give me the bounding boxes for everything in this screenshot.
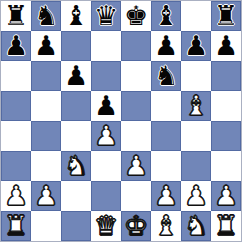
white-pawn[interactable]: ♟ [94,122,118,149]
square-e5[interactable] [121,91,151,121]
square-c2[interactable] [61,181,91,211]
square-e6[interactable] [121,61,151,91]
black-bishop[interactable]: ♝ [154,2,178,29]
square-a6[interactable] [1,61,31,91]
white-pawn[interactable]: ♟ [154,182,178,209]
square-e3[interactable]: ♟ [121,151,151,181]
chess-board: ♜♞♝♛♚♝♜♟♟♟♟♟♟♞♟♝♟♞♟♟♟♟♟♟♜♛♚♝♞♜ [1,1,241,241]
square-e2[interactable] [121,181,151,211]
square-a7[interactable]: ♟ [1,31,31,61]
white-pawn[interactable]: ♟ [214,182,238,209]
white-pawn[interactable]: ♟ [124,152,148,179]
black-rook[interactable]: ♜ [214,2,238,29]
white-bishop[interactable]: ♝ [154,212,178,239]
square-d7[interactable] [91,31,121,61]
square-f8[interactable]: ♝ [151,1,181,31]
square-g6[interactable] [181,61,211,91]
white-pawn[interactable]: ♟ [34,182,58,209]
square-b6[interactable] [31,61,61,91]
square-f5[interactable] [151,91,181,121]
square-e1[interactable]: ♚ [121,211,151,241]
square-g3[interactable] [181,151,211,181]
square-f1[interactable]: ♝ [151,211,181,241]
square-h6[interactable] [211,61,241,91]
square-c5[interactable] [61,91,91,121]
square-g1[interactable]: ♞ [181,211,211,241]
white-pawn[interactable]: ♟ [4,182,28,209]
black-knight[interactable]: ♞ [154,62,178,89]
square-e8[interactable]: ♚ [121,1,151,31]
black-pawn[interactable]: ♟ [214,32,238,59]
white-bishop[interactable]: ♝ [184,92,208,119]
square-a8[interactable]: ♜ [1,1,31,31]
black-pawn[interactable]: ♟ [184,32,208,59]
square-h5[interactable] [211,91,241,121]
square-a1[interactable]: ♜ [1,211,31,241]
square-a4[interactable] [1,121,31,151]
black-pawn[interactable]: ♟ [94,92,118,119]
square-c8[interactable]: ♝ [61,1,91,31]
square-c4[interactable] [61,121,91,151]
square-h2[interactable]: ♟ [211,181,241,211]
square-a2[interactable]: ♟ [1,181,31,211]
square-b7[interactable]: ♟ [31,31,61,61]
black-bishop[interactable]: ♝ [64,2,88,29]
square-f3[interactable] [151,151,181,181]
white-rook[interactable]: ♜ [214,212,238,239]
square-b2[interactable]: ♟ [31,181,61,211]
square-d8[interactable]: ♛ [91,1,121,31]
square-d1[interactable]: ♛ [91,211,121,241]
white-knight[interactable]: ♞ [64,152,88,179]
square-c1[interactable] [61,211,91,241]
black-pawn[interactable]: ♟ [154,32,178,59]
square-d2[interactable] [91,181,121,211]
square-f7[interactable]: ♟ [151,31,181,61]
square-h8[interactable]: ♜ [211,1,241,31]
black-pawn[interactable]: ♟ [34,32,58,59]
black-rook[interactable]: ♜ [4,2,28,29]
black-pawn[interactable]: ♟ [64,62,88,89]
square-g4[interactable] [181,121,211,151]
square-f2[interactable]: ♟ [151,181,181,211]
black-king[interactable]: ♚ [124,2,148,29]
square-b8[interactable]: ♞ [31,1,61,31]
square-g2[interactable]: ♟ [181,181,211,211]
white-knight[interactable]: ♞ [184,212,208,239]
white-king[interactable]: ♚ [124,212,148,239]
white-pawn[interactable]: ♟ [184,182,208,209]
square-b3[interactable] [31,151,61,181]
square-f4[interactable] [151,121,181,151]
square-g8[interactable] [181,1,211,31]
square-e7[interactable] [121,31,151,61]
black-pawn[interactable]: ♟ [4,32,28,59]
white-rook[interactable]: ♜ [4,212,28,239]
square-h3[interactable] [211,151,241,181]
square-d5[interactable]: ♟ [91,91,121,121]
square-a3[interactable] [1,151,31,181]
square-d6[interactable] [91,61,121,91]
chess-board-frame: ♜♞♝♛♚♝♜♟♟♟♟♟♟♞♟♝♟♞♟♟♟♟♟♟♜♛♚♝♞♜ [0,0,242,242]
square-g7[interactable]: ♟ [181,31,211,61]
square-c3[interactable]: ♞ [61,151,91,181]
square-h4[interactable] [211,121,241,151]
square-d3[interactable] [91,151,121,181]
square-a5[interactable] [1,91,31,121]
white-queen[interactable]: ♛ [94,212,118,239]
square-b5[interactable] [31,91,61,121]
square-c7[interactable] [61,31,91,61]
square-h7[interactable]: ♟ [211,31,241,61]
square-b1[interactable] [31,211,61,241]
square-c6[interactable]: ♟ [61,61,91,91]
square-g5[interactable]: ♝ [181,91,211,121]
square-b4[interactable] [31,121,61,151]
square-e4[interactable] [121,121,151,151]
black-knight[interactable]: ♞ [34,2,58,29]
square-h1[interactable]: ♜ [211,211,241,241]
square-f6[interactable]: ♞ [151,61,181,91]
black-queen[interactable]: ♛ [94,2,118,29]
square-d4[interactable]: ♟ [91,121,121,151]
